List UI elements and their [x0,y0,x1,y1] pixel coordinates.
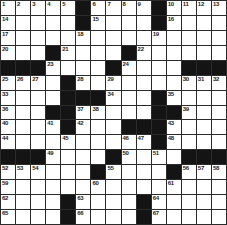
grid-cell[interactable]: 62 [1,195,15,209]
clue-number: 24 [123,61,129,68]
grid-cell[interactable] [197,46,211,60]
grid-cell[interactable] [197,210,211,224]
grid-cell[interactable]: 29 [106,76,120,90]
clue-number: 9 [138,1,141,8]
black-cell [76,1,90,15]
clue-number: 36 [2,106,8,113]
grid-cell[interactable] [31,106,45,120]
clue-number: 46 [123,135,129,142]
clue-number: 57 [198,165,204,172]
grid-cell[interactable]: 47 [137,135,151,149]
clue-number: 7 [107,1,110,8]
clue-number: 45 [62,135,68,142]
grid-cell[interactable] [16,180,30,194]
grid-cell[interactable]: 58 [212,165,226,179]
black-cell [106,150,120,164]
grid-cell[interactable] [167,76,181,90]
grid-cell[interactable]: 44 [1,135,15,149]
grid-cell[interactable] [31,46,45,60]
grid-cell[interactable] [212,106,226,120]
clue-number: 2 [17,1,20,8]
grid-cell[interactable] [46,91,60,105]
clue-number: 53 [17,165,23,172]
grid-cell[interactable]: 20 [1,46,15,60]
grid-cell[interactable] [91,76,105,90]
grid-cell[interactable]: 34 [106,91,120,105]
grid-cell[interactable] [137,76,151,90]
grid-cell[interactable] [167,150,181,164]
grid-cell[interactable]: 30 [182,76,196,90]
grid-cell[interactable] [212,135,226,149]
grid-cell[interactable] [91,210,105,224]
black-cell [61,106,75,120]
grid-cell[interactable]: 14 [1,16,15,30]
black-cell [46,106,60,120]
clue-number: 20 [2,46,8,53]
black-cell [152,16,166,30]
grid-cell[interactable] [16,31,30,45]
grid-cell[interactable] [167,46,181,60]
clue-number: 35 [168,91,174,98]
grid-cell[interactable] [197,91,211,105]
grid-cell[interactable]: 67 [152,210,166,224]
grid-cell[interactable]: 32 [212,76,226,90]
black-cell [61,120,75,134]
grid-cell[interactable] [122,31,136,45]
grid-cell[interactable] [76,180,90,194]
grid-cell[interactable]: 4 [46,1,60,15]
black-cell [1,61,15,75]
grid-cell[interactable]: 54 [31,165,45,179]
grid-cell[interactable]: 22 [137,46,151,60]
grid-cell[interactable] [182,210,196,224]
clue-number: 26 [17,76,23,83]
grid-cell[interactable]: 38 [91,106,105,120]
grid-cell[interactable]: 15 [91,16,105,30]
grid-cell[interactable] [16,210,30,224]
grid-cell[interactable] [167,61,181,75]
grid-cell[interactable] [167,31,181,45]
black-cell [61,76,75,90]
clue-number: 14 [2,16,8,23]
grid-cell[interactable] [212,31,226,45]
grid-cell[interactable] [106,210,120,224]
clue-number: 44 [2,135,8,142]
grid-cell[interactable]: 33 [1,91,15,105]
black-cell [137,210,151,224]
grid-cell[interactable] [122,165,136,179]
black-cell [61,195,75,209]
black-cell [76,16,90,30]
grid-cell[interactable] [137,91,151,105]
grid-cell[interactable] [197,180,211,194]
clue-number: 21 [62,46,68,53]
grid-cell[interactable] [182,16,196,30]
grid-cell[interactable]: 57 [197,165,211,179]
grid-cell[interactable] [197,16,211,30]
grid-cell[interactable] [106,120,120,134]
grid-cell[interactable] [106,106,120,120]
grid-cell[interactable] [91,31,105,45]
clue-number: 51 [153,150,159,157]
grid-cell[interactable] [61,180,75,194]
grid-cell[interactable]: 19 [152,31,166,45]
grid-cell[interactable]: 11 [182,1,196,15]
grid-cell[interactable]: 5 [61,1,75,15]
black-cell [61,91,75,105]
grid-cell[interactable] [91,195,105,209]
grid-cell[interactable] [137,150,151,164]
grid-cell[interactable] [16,106,30,120]
grid-cell[interactable]: 31 [197,76,211,90]
grid-cell[interactable] [61,16,75,30]
grid-cell[interactable]: 51 [152,150,166,164]
grid-cell[interactable] [46,165,60,179]
clue-number: 61 [168,180,174,187]
black-cell [197,150,211,164]
clue-number: 49 [47,150,53,157]
grid-cell[interactable]: 1 [1,1,15,15]
grid-cell[interactable] [167,210,181,224]
grid-cell[interactable] [31,180,45,194]
grid-cell[interactable] [122,210,136,224]
clue-number: 43 [168,120,174,127]
grid-cell[interactable]: 64 [152,195,166,209]
grid-cell[interactable] [91,150,105,164]
clue-number: 54 [32,165,38,172]
grid-cell[interactable] [137,31,151,45]
black-cell [91,91,105,105]
grid-cell[interactable]: 17 [1,31,15,45]
clue-number: 63 [77,195,83,202]
black-cell [167,165,181,179]
clue-number: 33 [2,91,8,98]
grid-cell[interactable] [106,31,120,45]
clue-number: 31 [198,76,204,83]
black-cell [31,61,45,75]
grid-cell[interactable]: 2 [16,1,30,15]
clue-number: 56 [183,165,189,172]
grid-cell[interactable] [182,91,196,105]
clue-number: 59 [2,180,8,187]
grid-cell[interactable] [122,91,136,105]
clue-number: 11 [183,1,189,8]
black-cell [16,61,30,75]
grid-cell[interactable] [106,16,120,30]
clue-number: 17 [2,31,8,38]
grid-cell[interactable]: 10 [167,1,181,15]
grid-cell[interactable]: 56 [182,165,196,179]
clue-number: 52 [2,165,8,172]
grid-cell[interactable] [46,135,60,149]
clue-number: 65 [2,210,8,217]
grid-cell[interactable] [61,61,75,75]
grid-cell[interactable] [76,46,90,60]
black-cell [152,91,166,105]
grid-cell[interactable] [182,135,196,149]
grid-cell[interactable]: 39 [182,106,196,120]
clue-number: 48 [168,135,174,142]
grid-cell[interactable]: 16 [167,16,181,30]
clue-number: 40 [2,120,8,127]
black-cell [16,150,30,164]
black-cell [152,135,166,149]
grid-cell[interactable] [61,150,75,164]
grid-cell[interactable]: 60 [91,180,105,194]
grid-cell[interactable] [122,16,136,30]
grid-cell[interactable] [122,106,136,120]
grid-cell[interactable]: 27 [31,76,45,90]
black-cell [122,120,136,134]
crossword-grid: 1234567891011121314151617181920212223242… [0,0,227,225]
grid-cell[interactable] [16,91,30,105]
clue-number: 12 [198,1,204,8]
grid-cell[interactable]: 55 [106,165,120,179]
clue-number: 58 [213,165,219,172]
grid-cell[interactable] [212,46,226,60]
grid-cell[interactable] [46,180,60,194]
grid-cell[interactable]: 59 [1,180,15,194]
grid-cell[interactable] [197,195,211,209]
grid-cell[interactable]: 37 [76,106,90,120]
clue-number: 50 [123,150,129,157]
clue-number: 28 [77,76,83,83]
grid-cell[interactable] [46,195,60,209]
grid-cell[interactable] [106,46,120,60]
clue-number: 23 [47,61,53,68]
grid-cell[interactable] [106,180,120,194]
grid-cell[interactable]: 36 [1,106,15,120]
grid-cell[interactable] [122,76,136,90]
clue-number: 5 [62,1,65,8]
grid-cell[interactable] [137,16,151,30]
black-cell [182,61,196,75]
black-cell [167,106,181,120]
black-cell [152,120,166,134]
clue-number: 16 [168,16,174,23]
grid-cell[interactable] [122,195,136,209]
clue-number: 55 [107,165,113,172]
grid-cell[interactable] [16,16,30,30]
clue-number: 41 [47,120,53,127]
grid-cell[interactable] [182,120,196,134]
clue-number: 25 [2,76,8,83]
clue-number: 18 [77,31,83,38]
grid-cell[interactable] [76,135,90,149]
grid-cell[interactable] [137,106,151,120]
grid-cell[interactable] [76,61,90,75]
clue-number: 39 [183,106,189,113]
clue-number: 42 [77,120,83,127]
clue-number: 27 [32,76,38,83]
grid-cell[interactable] [137,180,151,194]
clue-number: 32 [213,76,219,83]
clue-number: 10 [168,1,174,8]
black-cell [31,150,45,164]
grid-cell[interactable] [16,195,30,209]
black-cell [76,91,90,105]
grid-cell[interactable] [137,165,151,179]
grid-cell[interactable]: 43 [167,120,181,134]
grid-cell[interactable] [152,76,166,90]
grid-cell[interactable] [31,120,45,134]
grid-cell[interactable]: 13 [212,1,226,15]
black-cell [197,61,211,75]
grid-cell[interactable] [16,135,30,149]
grid-cell[interactable]: 48 [167,135,181,149]
grid-cell[interactable]: 25 [1,76,15,90]
grid-cell[interactable]: 9 [137,1,151,15]
grid-cell[interactable]: 61 [167,180,181,194]
grid-cell[interactable]: 12 [197,1,211,15]
grid-cell[interactable]: 3 [31,1,45,15]
clue-number: 66 [77,210,83,217]
clue-number: 15 [92,16,98,23]
grid-cell[interactable] [16,46,30,60]
grid-cell[interactable] [106,135,120,149]
black-cell [212,61,226,75]
grid-cell[interactable] [46,16,60,30]
black-cell [61,210,75,224]
grid-cell[interactable] [61,165,75,179]
grid-cell[interactable]: 21 [61,46,75,60]
black-cell [106,61,120,75]
grid-cell[interactable] [182,180,196,194]
grid-cell[interactable] [61,31,75,45]
grid-cell[interactable] [91,46,105,60]
grid-cell[interactable] [152,180,166,194]
grid-cell[interactable] [76,150,90,164]
grid-cell[interactable]: 24 [122,61,136,75]
grid-cell[interactable]: 49 [46,150,60,164]
grid-cell[interactable] [91,135,105,149]
grid-cell[interactable] [212,195,226,209]
grid-cell[interactable] [91,120,105,134]
grid-cell[interactable] [31,210,45,224]
clue-number: 30 [183,76,189,83]
grid-cell[interactable] [182,31,196,45]
grid-cell[interactable]: 35 [167,91,181,105]
clue-number: 22 [138,46,144,53]
grid-cell[interactable] [46,210,60,224]
grid-cell[interactable] [212,180,226,194]
grid-cell[interactable] [197,106,211,120]
grid-cell[interactable]: 18 [76,31,90,45]
grid-cell[interactable] [31,91,45,105]
grid-cell[interactable]: 65 [1,210,15,224]
grid-cell[interactable] [152,61,166,75]
clue-number: 8 [123,1,126,8]
grid-cell[interactable]: 52 [1,165,15,179]
grid-cell[interactable]: 45 [61,135,75,149]
grid-cell[interactable] [31,31,45,45]
grid-cell[interactable] [152,46,166,60]
grid-cell[interactable]: 66 [76,210,90,224]
grid-cell[interactable] [31,16,45,30]
clue-number: 62 [2,195,8,202]
clue-number: 60 [92,180,98,187]
clue-number: 34 [107,91,113,98]
grid-cell[interactable] [197,135,211,149]
grid-cell[interactable] [31,195,45,209]
grid-cell[interactable]: 46 [122,135,136,149]
grid-cell[interactable] [167,195,181,209]
black-cell [91,165,105,179]
grid-cell[interactable] [212,91,226,105]
grid-cell[interactable] [46,76,60,90]
grid-cell[interactable] [197,31,211,45]
grid-cell[interactable] [16,120,30,134]
clue-number: 13 [213,1,219,8]
clue-number: 64 [153,195,159,202]
clue-number: 6 [92,1,95,8]
clue-number: 3 [32,1,35,8]
grid-cell[interactable] [152,165,166,179]
grid-cell[interactable]: 8 [122,1,136,15]
grid-cell[interactable] [76,165,90,179]
clue-number: 29 [107,76,113,83]
grid-cell[interactable] [31,135,45,149]
black-cell [46,46,60,60]
grid-cell[interactable]: 42 [76,120,90,134]
grid-cell[interactable]: 63 [76,195,90,209]
grid-cell[interactable] [197,120,211,134]
black-cell [152,1,166,15]
grid-cell[interactable] [212,210,226,224]
grid-cell[interactable] [122,180,136,194]
clue-number: 47 [138,135,144,142]
grid-cell[interactable] [182,46,196,60]
clue-number: 19 [153,31,159,38]
black-cell [137,195,151,209]
grid-cell[interactable]: 50 [122,150,136,164]
black-cell [122,46,136,60]
black-cell [212,150,226,164]
clue-number: 4 [47,1,50,8]
grid-cell[interactable] [106,195,120,209]
grid-cell[interactable]: 28 [76,76,90,90]
grid-cell[interactable] [137,61,151,75]
grid-cell[interactable]: 40 [1,120,15,134]
clue-number: 38 [92,106,98,113]
grid-cell[interactable]: 6 [91,1,105,15]
black-cell [137,120,151,134]
black-cell [152,106,166,120]
grid-cell[interactable]: 23 [46,61,60,75]
grid-cell[interactable] [212,16,226,30]
black-cell [182,150,196,164]
clue-number: 67 [153,210,159,217]
grid-cell[interactable] [182,195,196,209]
clue-number: 1 [2,1,5,8]
grid-cell[interactable]: 41 [46,120,60,134]
grid-cell[interactable] [46,31,60,45]
clue-number: 37 [77,106,83,113]
grid-cell[interactable]: 26 [16,76,30,90]
grid-cell[interactable] [212,120,226,134]
grid-cell[interactable]: 53 [16,165,30,179]
grid-cell[interactable]: 7 [106,1,120,15]
black-cell [1,150,15,164]
grid-cell[interactable] [91,61,105,75]
